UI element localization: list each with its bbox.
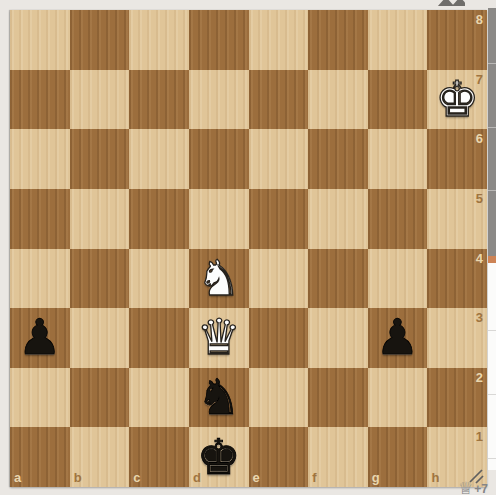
- square-d3[interactable]: ♛: [189, 308, 249, 368]
- header-icon-fragment: [437, 0, 465, 6]
- piece-white-king[interactable]: ♚: [435, 75, 479, 124]
- square-e2[interactable]: [249, 368, 309, 428]
- square-d4[interactable]: ♞: [189, 249, 249, 309]
- square-e7[interactable]: [249, 70, 309, 130]
- square-a4[interactable]: [10, 249, 70, 309]
- square-e3[interactable]: [249, 308, 309, 368]
- header-icon-bump: [451, 0, 465, 6]
- file-label-e: e: [253, 471, 260, 484]
- square-g5[interactable]: [368, 189, 428, 249]
- file-label-b: b: [74, 471, 82, 484]
- square-h6[interactable]: 6: [427, 129, 487, 189]
- square-b3[interactable]: [70, 308, 130, 368]
- square-f4[interactable]: [308, 249, 368, 309]
- piece-black-king[interactable]: ♚: [197, 433, 241, 482]
- square-h5[interactable]: 5: [427, 189, 487, 249]
- square-d7[interactable]: [189, 70, 249, 130]
- square-a6[interactable]: [10, 129, 70, 189]
- square-f7[interactable]: [308, 70, 368, 130]
- file-label-g: g: [372, 471, 380, 484]
- square-d2[interactable]: ♞: [189, 368, 249, 428]
- square-g2[interactable]: [368, 368, 428, 428]
- square-e6[interactable]: [249, 129, 309, 189]
- square-e1[interactable]: e: [249, 427, 309, 487]
- material-advantage-value: +7: [474, 483, 488, 495]
- side-panel-row-divider: [488, 458, 496, 459]
- side-panel-top-rows: [488, 8, 496, 256]
- file-label-a: a: [14, 471, 21, 484]
- square-f2[interactable]: [308, 368, 368, 428]
- square-d8[interactable]: [189, 10, 249, 70]
- square-g3[interactable]: ♟: [368, 308, 428, 368]
- square-a2[interactable]: [10, 368, 70, 428]
- side-panel-row-divider: [488, 394, 496, 395]
- square-b7[interactable]: [70, 70, 130, 130]
- square-a3[interactable]: ♟: [10, 308, 70, 368]
- square-a7[interactable]: [10, 70, 70, 130]
- square-g8[interactable]: [368, 10, 428, 70]
- square-a5[interactable]: [10, 189, 70, 249]
- rank-label-1: 1: [476, 430, 483, 443]
- side-panel-row-divider: [488, 190, 496, 191]
- square-c6[interactable]: [129, 129, 189, 189]
- square-a1[interactable]: a: [10, 427, 70, 487]
- rank-label-6: 6: [476, 132, 483, 145]
- square-c2[interactable]: [129, 368, 189, 428]
- side-panel-row-divider: [488, 63, 496, 64]
- board-resize-handle[interactable]: [469, 469, 484, 484]
- side-panel-bottom-rows: [488, 263, 496, 470]
- square-f3[interactable]: [308, 308, 368, 368]
- square-f6[interactable]: [308, 129, 368, 189]
- square-a8[interactable]: [10, 10, 70, 70]
- square-c3[interactable]: [129, 308, 189, 368]
- square-c8[interactable]: [129, 10, 189, 70]
- side-panel-fragment: [488, 8, 496, 470]
- piece-white-queen[interactable]: ♛: [197, 313, 241, 362]
- square-d1[interactable]: d♚: [189, 427, 249, 487]
- square-b5[interactable]: [70, 189, 130, 249]
- square-g6[interactable]: [368, 129, 428, 189]
- square-f1[interactable]: f: [308, 427, 368, 487]
- side-panel-row-divider: [488, 127, 496, 128]
- piece-black-pawn[interactable]: ♟: [376, 313, 420, 362]
- square-c5[interactable]: [129, 189, 189, 249]
- app-window: 87♚65♞4♟♛♟3♞2abcd♚efgh1 ♕ +7: [0, 0, 496, 495]
- square-b1[interactable]: b: [70, 427, 130, 487]
- side-panel-row-divider: [488, 330, 496, 331]
- square-c7[interactable]: [129, 70, 189, 130]
- square-c1[interactable]: c: [129, 427, 189, 487]
- square-e4[interactable]: [249, 249, 309, 309]
- chess-board: 87♚65♞4♟♛♟3♞2abcd♚efgh1: [10, 10, 487, 487]
- file-label-h: h: [431, 471, 439, 484]
- file-label-f: f: [312, 471, 316, 484]
- square-g7[interactable]: [368, 70, 428, 130]
- square-e5[interactable]: [249, 189, 309, 249]
- rank-label-5: 5: [476, 192, 483, 205]
- square-h4[interactable]: 4: [427, 249, 487, 309]
- piece-black-knight[interactable]: ♞: [197, 373, 241, 422]
- square-e8[interactable]: [249, 10, 309, 70]
- square-d5[interactable]: [189, 189, 249, 249]
- square-g4[interactable]: [368, 249, 428, 309]
- square-h2[interactable]: 2: [427, 368, 487, 428]
- square-d6[interactable]: [189, 129, 249, 189]
- square-b6[interactable]: [70, 129, 130, 189]
- square-c4[interactable]: [129, 249, 189, 309]
- piece-white-knight[interactable]: ♞: [197, 254, 241, 303]
- rank-label-8: 8: [476, 13, 483, 26]
- square-f5[interactable]: [308, 189, 368, 249]
- rank-label-2: 2: [476, 371, 483, 384]
- square-h7[interactable]: 7♚: [427, 70, 487, 130]
- side-panel-accent-divider: [488, 256, 496, 263]
- file-label-c: c: [133, 471, 140, 484]
- square-h3[interactable]: 3: [427, 308, 487, 368]
- rank-label-3: 3: [476, 311, 483, 324]
- square-b4[interactable]: [70, 249, 130, 309]
- square-f8[interactable]: [308, 10, 368, 70]
- square-b2[interactable]: [70, 368, 130, 428]
- piece-black-pawn[interactable]: ♟: [18, 313, 62, 362]
- square-b8[interactable]: [70, 10, 130, 70]
- rank-label-4: 4: [476, 252, 483, 265]
- square-g1[interactable]: g: [368, 427, 428, 487]
- square-h8[interactable]: 8: [427, 10, 487, 70]
